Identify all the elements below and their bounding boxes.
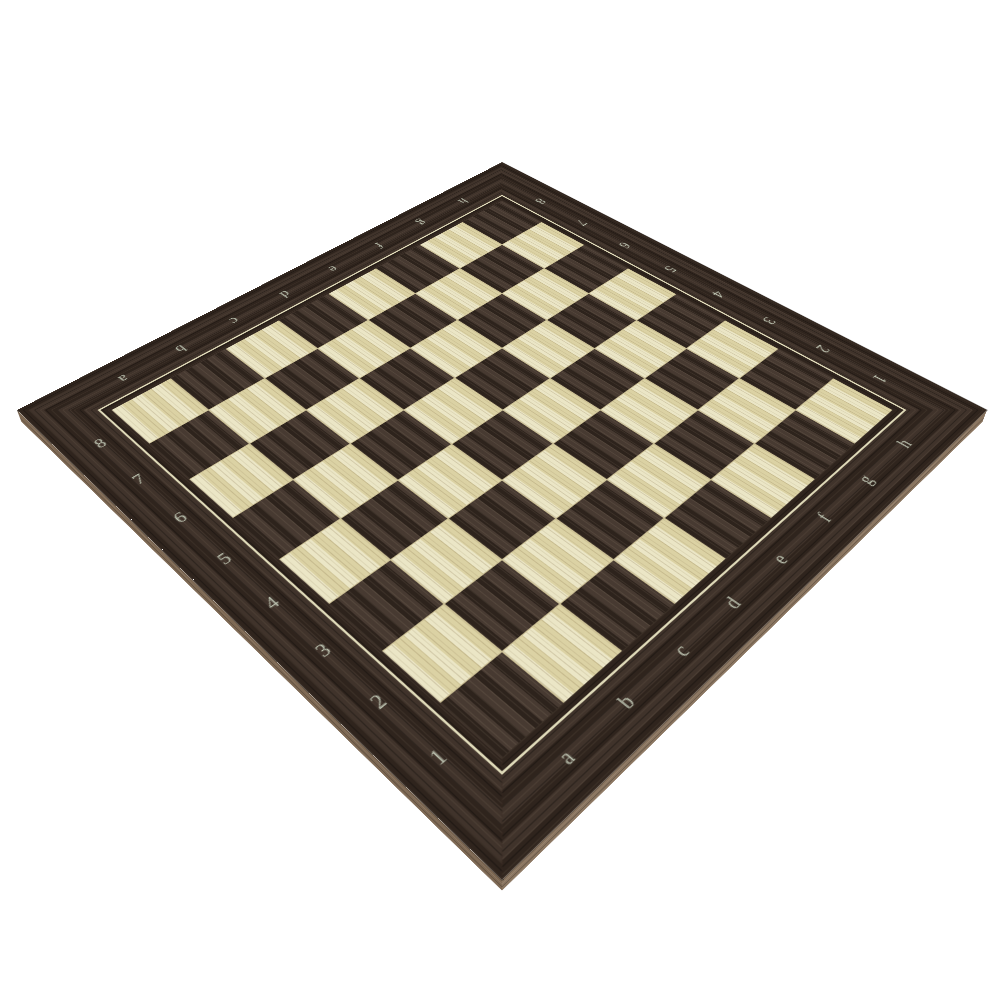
rank-label-6: 6 — [127, 480, 233, 558]
square-g1 — [755, 410, 854, 479]
playing-field — [112, 201, 893, 758]
square-b1 — [503, 604, 622, 702]
chess-board: abcdefgh abcdefgh 87654321 87654321 — [17, 162, 987, 880]
square-d3 — [503, 444, 606, 517]
square-b5 — [294, 444, 397, 517]
rank-label-5: 5 — [170, 518, 279, 602]
square-d1 — [614, 519, 724, 603]
square-e1 — [665, 480, 771, 559]
file-label-h: h — [855, 410, 954, 479]
square-f1 — [711, 444, 814, 517]
square-d2 — [557, 480, 663, 559]
square-c3 — [449, 480, 555, 559]
rank-label-1: 1 — [374, 702, 502, 816]
square-c2 — [503, 519, 613, 603]
file-label-b: b — [564, 651, 687, 756]
rank-label-2: 2 — [317, 651, 440, 756]
square-f2 — [654, 410, 753, 479]
square-c1 — [561, 560, 675, 651]
square-d4 — [452, 410, 551, 479]
square-a7 — [150, 410, 249, 479]
square-b4 — [341, 480, 447, 559]
square-a5 — [233, 480, 339, 559]
square-c5 — [351, 410, 450, 479]
file-labels-bottom: abcdefgh — [502, 410, 953, 816]
file-label-d: d — [675, 559, 789, 649]
rank-label-8: 8 — [51, 410, 150, 479]
board-top-face: abcdefgh abcdefgh 87654321 87654321 — [17, 162, 987, 880]
border-strip-left — [17, 379, 568, 880]
file-label-a: a — [502, 702, 630, 816]
square-a4 — [279, 519, 389, 603]
rank-label-3: 3 — [264, 603, 382, 700]
square-b3 — [391, 519, 501, 603]
border-strip-bottom — [436, 379, 987, 880]
file-label-c: c — [622, 603, 740, 700]
square-b2 — [445, 560, 559, 651]
file-label-e: e — [725, 518, 834, 602]
rank-labels-left: 87654321 — [51, 410, 502, 816]
file-label-g: g — [814, 444, 916, 517]
square-a3 — [329, 560, 443, 651]
square-e3 — [553, 410, 652, 479]
square-e2 — [607, 444, 710, 517]
rank-label-7: 7 — [88, 444, 190, 517]
square-a1 — [440, 652, 563, 758]
square-b6 — [250, 410, 349, 479]
rank-label-4: 4 — [215, 559, 329, 649]
file-label-f: f — [771, 480, 877, 558]
square-a2 — [383, 604, 502, 702]
product-photo-scene: abcdefgh abcdefgh 87654321 87654321 — [0, 0, 1000, 1000]
square-c4 — [398, 444, 501, 517]
square-a6 — [190, 444, 293, 517]
